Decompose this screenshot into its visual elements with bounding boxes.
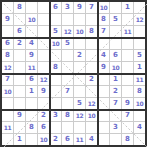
cell-r11c2-empty[interactable] xyxy=(26,134,37,145)
cell-r1c4-empty[interactable] xyxy=(50,14,61,25)
cell-r11c9-empty[interactable] xyxy=(110,134,121,145)
cell-r11c8-empty[interactable] xyxy=(98,134,109,145)
cell-r1c7-empty[interactable] xyxy=(86,14,97,25)
cell-r0c5-given: 3 xyxy=(62,2,73,13)
cell-r3c2-given: 4 xyxy=(26,38,37,49)
cell-r4c3-empty[interactable] xyxy=(38,50,49,61)
cell-r6c2-given: 6 xyxy=(26,74,37,85)
cell-r10c6-empty[interactable] xyxy=(74,122,85,133)
cell-r4c0-given: 8 xyxy=(2,50,13,61)
cell-r6c6-empty[interactable] xyxy=(74,74,85,85)
cell-r3c1-given: 2 xyxy=(14,38,25,49)
cell-r5c5-empty[interactable] xyxy=(62,62,73,73)
cell-r0c11-empty[interactable] xyxy=(134,2,145,13)
cell-r9c10-given: 7 xyxy=(122,110,133,121)
cell-r0c8-given: 10 xyxy=(98,2,109,13)
cell-r7c2-given: 1 xyxy=(26,86,37,97)
cell-r2c9-empty[interactable] xyxy=(110,26,121,37)
cell-r4c6-given: 2 xyxy=(74,50,85,61)
cell-r6c9-given: 1 xyxy=(110,74,121,85)
cell-r10c9-given: 3 xyxy=(110,122,121,133)
cell-r5c10-empty[interactable] xyxy=(122,62,133,73)
cell-r3c9-empty[interactable] xyxy=(110,38,121,49)
cell-r8c4-empty[interactable] xyxy=(50,98,61,109)
cell-r10c0-given: 11 xyxy=(2,122,13,133)
cell-r5c3-empty[interactable] xyxy=(38,62,49,73)
cell-r3c6-empty[interactable] xyxy=(74,38,85,49)
cell-r11c4-given: 2 xyxy=(50,134,61,145)
cell-r2c11-empty[interactable] xyxy=(134,26,145,37)
cell-r5c11-given: 1 xyxy=(134,62,145,73)
cell-r3c0-given: 6 xyxy=(2,38,13,49)
cell-r0c1-given: 8 xyxy=(14,2,25,13)
cell-r0c3-empty[interactable] xyxy=(38,2,49,13)
cell-r4c9-given: 6 xyxy=(110,50,121,61)
cell-r7c6-empty[interactable] xyxy=(74,86,85,97)
cell-r8c7-given: 12 xyxy=(86,98,97,109)
cell-r11c0-empty[interactable] xyxy=(2,134,13,145)
cell-r9c2-empty[interactable] xyxy=(26,110,37,121)
cell-r1c6-empty[interactable] xyxy=(74,14,85,25)
cell-r5c1-empty[interactable] xyxy=(14,62,25,73)
cell-r3c5-given: 5 xyxy=(62,38,73,49)
cell-r0c0-empty[interactable] xyxy=(2,2,13,13)
cell-r9c11-empty[interactable] xyxy=(134,110,145,121)
cell-r4c1-empty[interactable] xyxy=(14,50,25,61)
cell-r8c0-empty[interactable] xyxy=(2,98,13,109)
cell-r8c1-empty[interactable] xyxy=(14,98,25,109)
cell-r4c2-given: 9 xyxy=(26,50,37,61)
cell-r2c6-given: 10 xyxy=(74,26,85,37)
cell-r7c8-empty[interactable] xyxy=(98,86,109,97)
cell-r10c1-empty[interactable] xyxy=(14,122,25,133)
cell-r5c6-empty[interactable] xyxy=(74,62,85,73)
cell-r10c5-empty[interactable] xyxy=(62,122,73,133)
cell-r2c0-empty[interactable] xyxy=(2,26,13,37)
cell-r6c10-empty[interactable] xyxy=(122,74,133,85)
cell-r8c9-given: 7 xyxy=(110,98,121,109)
cell-r4c11-given: 5 xyxy=(134,50,145,61)
cell-r8c3-empty[interactable] xyxy=(38,98,49,109)
cell-r9c0-empty[interactable] xyxy=(2,110,13,121)
cell-r3c11-empty[interactable] xyxy=(134,38,145,49)
cell-r6c0-given: 7 xyxy=(2,74,13,85)
cell-r1c1-empty[interactable] xyxy=(14,14,25,25)
cell-r6c7-given: 2 xyxy=(86,74,97,85)
cell-r2c2-empty[interactable] xyxy=(26,26,37,37)
cell-r8c6-given: 5 xyxy=(74,98,85,109)
cell-r11c11-empty[interactable] xyxy=(134,134,145,145)
cell-r3c3-empty[interactable] xyxy=(38,38,49,49)
cell-r9c3-given: 2 xyxy=(38,110,49,121)
cell-r5c7-empty[interactable] xyxy=(86,62,97,73)
cell-r2c10-given: 11 xyxy=(122,26,133,37)
cell-r6c4-empty[interactable] xyxy=(50,74,61,85)
cell-r6c5-empty[interactable] xyxy=(62,74,73,85)
cell-r5c2-given: 11 xyxy=(26,62,37,73)
cell-r7c5-given: 7 xyxy=(62,86,73,97)
cell-r0c6-given: 9 xyxy=(74,2,85,13)
cell-r1c11-given: 12 xyxy=(134,14,145,25)
cell-r1c5-empty[interactable] xyxy=(62,14,73,25)
cell-r2c4-given: 5 xyxy=(50,26,61,37)
cell-r6c8-empty[interactable] xyxy=(98,74,109,85)
cell-r6c1-empty[interactable] xyxy=(14,74,25,85)
cell-r7c7-empty[interactable] xyxy=(86,86,97,97)
cell-r9c1-given: 9 xyxy=(14,110,25,121)
sudoku-board: 8639710191085126512108711624105892465121… xyxy=(0,0,147,147)
cell-r11c3-given: 10 xyxy=(38,134,49,145)
cell-r0c2-empty[interactable] xyxy=(26,2,37,13)
cell-r9c9-empty[interactable] xyxy=(110,110,121,121)
cell-r7c9-given: 2 xyxy=(110,86,121,97)
cell-r6c3-given: 12 xyxy=(38,74,49,85)
cell-r11c5-given: 6 xyxy=(62,134,73,145)
cell-r10c8-empty[interactable] xyxy=(98,122,109,133)
cell-r9c5-given: 8 xyxy=(62,110,73,121)
box-border-horizontal-3 xyxy=(0,109,147,111)
cell-r1c2-given: 10 xyxy=(26,14,37,25)
cell-r1c10-empty[interactable] xyxy=(122,14,133,25)
cell-r7c1-empty[interactable] xyxy=(14,86,25,97)
cell-r10c3-given: 6 xyxy=(38,122,49,133)
cell-r10c4-empty[interactable] xyxy=(50,122,61,133)
cell-r2c1-given: 6 xyxy=(14,26,25,37)
cell-r10c7-empty[interactable] xyxy=(86,122,97,133)
cell-r4c10-empty[interactable] xyxy=(122,50,133,61)
cell-r9c4-given: 3 xyxy=(50,110,61,121)
cell-r8c5-empty[interactable] xyxy=(62,98,73,109)
cell-r8c8-empty[interactable] xyxy=(98,98,109,109)
cell-r3c4-given: 10 xyxy=(50,38,61,49)
cell-r3c8-empty[interactable] xyxy=(98,38,109,49)
cell-r9c8-empty[interactable] xyxy=(98,110,109,121)
cell-r5c9-given: 10 xyxy=(110,62,121,73)
cell-r10c10-empty[interactable] xyxy=(122,122,133,133)
cell-r11c10-given: 8 xyxy=(122,134,133,145)
cell-r0c7-given: 7 xyxy=(86,2,97,13)
cell-r0c9-empty[interactable] xyxy=(110,2,121,13)
cell-r7c11-given: 8 xyxy=(134,86,145,97)
cell-r7c4-empty[interactable] xyxy=(50,86,61,97)
box-border-horizontal-1 xyxy=(0,37,147,39)
cell-r4c4-empty[interactable] xyxy=(50,50,61,61)
cell-r5c4-given: 8 xyxy=(50,62,61,73)
cell-r0c4-given: 6 xyxy=(50,2,61,13)
cell-r6c11-given: 11 xyxy=(134,74,145,85)
cell-r8c10-given: 9 xyxy=(122,98,133,109)
cell-r5c8-given: 9 xyxy=(98,62,109,73)
cell-r1c0-given: 9 xyxy=(2,14,13,25)
cell-r2c3-empty[interactable] xyxy=(38,26,49,37)
cell-r3c7-empty[interactable] xyxy=(86,38,97,49)
cell-r7c10-empty[interactable] xyxy=(122,86,133,97)
cell-r11c1-given: 1 xyxy=(14,134,25,145)
cell-r7c0-given: 10 xyxy=(2,86,13,97)
cell-r5c0-given: 12 xyxy=(2,62,13,73)
cell-r7c3-given: 9 xyxy=(38,86,49,97)
cell-r11c7-given: 4 xyxy=(86,134,97,145)
cell-r2c8-given: 7 xyxy=(98,26,109,37)
cell-r2c7-given: 8 xyxy=(86,26,97,37)
cell-r3c10-empty[interactable] xyxy=(122,38,133,49)
cell-r10c11-given: 4 xyxy=(134,122,145,133)
cell-r9c7-given: 10 xyxy=(86,110,97,121)
box-border-horizontal-2 xyxy=(0,73,147,75)
cell-r9c6-given: 12 xyxy=(74,110,85,121)
cell-r8c11-given: 10 xyxy=(134,98,145,109)
cell-r1c8-given: 8 xyxy=(98,14,109,25)
cell-r11c6-given: 11 xyxy=(74,134,85,145)
cell-r4c7-empty[interactable] xyxy=(86,50,97,61)
cell-r2c5-given: 12 xyxy=(62,26,73,37)
cell-r4c8-given: 4 xyxy=(98,50,109,61)
cell-r0c10-given: 1 xyxy=(122,2,133,13)
cell-r1c9-given: 5 xyxy=(110,14,121,25)
cell-r1c3-empty[interactable] xyxy=(38,14,49,25)
cell-r8c2-empty[interactable] xyxy=(26,98,37,109)
cell-r4c5-empty[interactable] xyxy=(62,50,73,61)
cell-r10c2-given: 8 xyxy=(26,122,37,133)
